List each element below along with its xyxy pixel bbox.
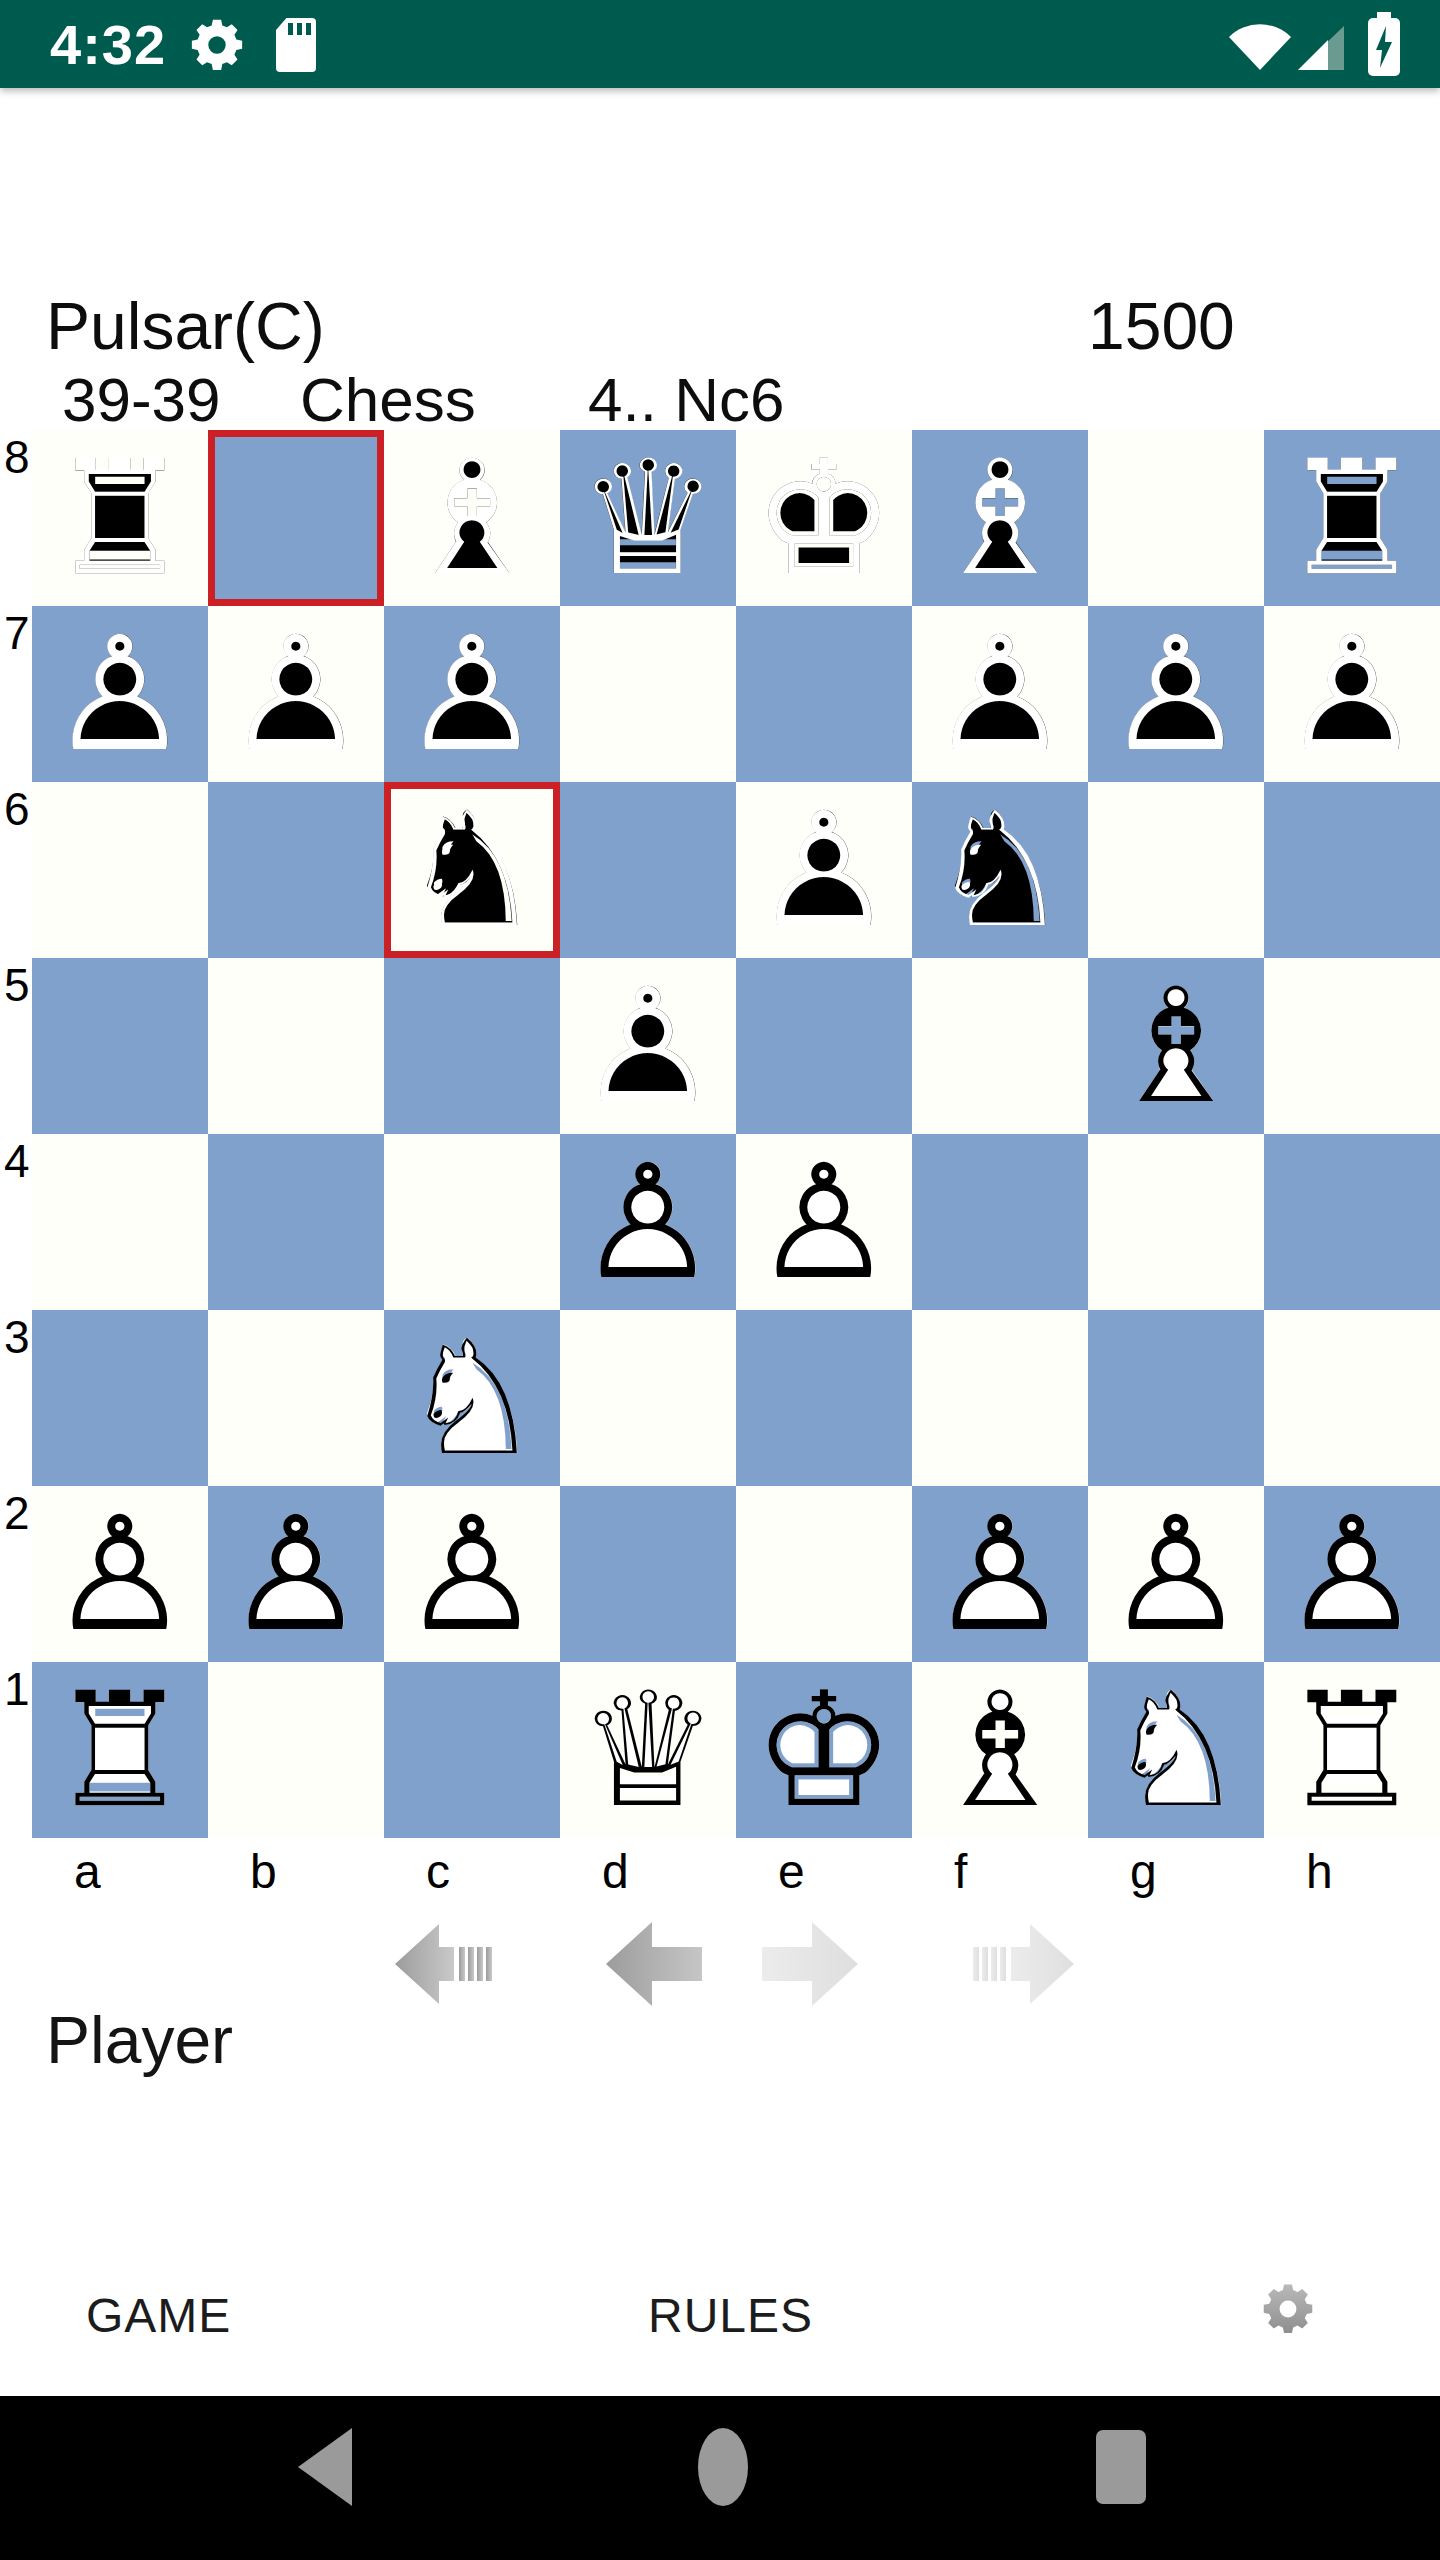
white-rook: ♜♖ — [1264, 1662, 1440, 1838]
black-pawn: ♟♙ — [384, 606, 560, 782]
black-pawn: ♟♙ — [1264, 606, 1440, 782]
rank-label-5: 5 — [4, 962, 30, 1008]
square-f5[interactable] — [912, 958, 1088, 1134]
white-pawn: ♟♙ — [384, 1486, 560, 1662]
square-c6[interactable]: ♞♘ — [384, 782, 560, 958]
skip-to-start-button[interactable] — [395, 1922, 496, 2007]
white-bishop: ♝♗ — [1088, 958, 1264, 1134]
clock: 4:32 — [50, 12, 166, 77]
white-king: ♚♔ — [736, 1662, 912, 1838]
file-label-h: h — [1306, 1848, 1333, 1896]
black-king: ♚♔ — [736, 430, 912, 606]
black-pawn: ♟♙ — [912, 606, 1088, 782]
rank-label-4: 4 — [4, 1138, 30, 1184]
square-g2[interactable]: ♟♙ — [1088, 1486, 1264, 1662]
white-bishop: ♝♗ — [912, 1662, 1088, 1838]
square-d5[interactable]: ♟♙ — [560, 958, 736, 1134]
square-e2[interactable] — [736, 1486, 912, 1662]
black-rook: ♜♖ — [32, 430, 208, 606]
file-label-c: c — [426, 1848, 450, 1896]
white-rook: ♜♖ — [32, 1662, 208, 1838]
square-g7[interactable]: ♟♙ — [1088, 606, 1264, 782]
black-knight: ♞♘ — [384, 782, 560, 958]
app-screen: 4:32 Pulsar(C) 1500 39-39 Chess 4.. Nc6 … — [0, 0, 1440, 2560]
android-home-icon[interactable] — [698, 2428, 748, 2506]
square-d6[interactable] — [560, 782, 736, 958]
square-g4[interactable] — [1088, 1134, 1264, 1310]
black-rook: ♜♖ — [1264, 430, 1440, 606]
rank-label-7: 7 — [4, 610, 30, 656]
square-h8[interactable]: ♜♖ — [1264, 430, 1440, 606]
square-g3[interactable] — [1088, 1310, 1264, 1486]
gear-icon — [188, 16, 246, 74]
square-c4[interactable] — [384, 1134, 560, 1310]
battery-charging-icon — [1366, 12, 1402, 76]
square-e8[interactable]: ♚♔ — [736, 430, 912, 606]
step-back-button[interactable] — [606, 1922, 702, 2007]
square-b8[interactable] — [208, 430, 384, 606]
square-f3[interactable] — [912, 1310, 1088, 1486]
white-pawn: ♟♙ — [912, 1486, 1088, 1662]
opponent-name: Pulsar(C) — [46, 288, 325, 364]
sd-card-icon — [276, 18, 316, 72]
square-e7[interactable] — [736, 606, 912, 782]
square-h1[interactable]: ♜♖ — [1264, 1662, 1440, 1838]
step-forward-button[interactable] — [762, 1922, 858, 2007]
last-move-label: 4.. Nc6 — [588, 364, 784, 435]
white-knight: ♞♘ — [384, 1310, 560, 1486]
square-h4[interactable] — [1264, 1134, 1440, 1310]
rank-label-3: 3 — [4, 1314, 30, 1360]
square-e3[interactable] — [736, 1310, 912, 1486]
square-b7[interactable]: ♟♙ — [208, 606, 384, 782]
square-c1[interactable] — [384, 1662, 560, 1838]
square-f4[interactable] — [912, 1134, 1088, 1310]
square-a6[interactable] — [32, 782, 208, 958]
tab-rules[interactable]: RULES — [648, 2288, 813, 2343]
android-back-icon[interactable] — [298, 2428, 352, 2506]
square-h6[interactable] — [1264, 782, 1440, 958]
square-c3[interactable]: ♞♘ — [384, 1310, 560, 1486]
white-pawn: ♟♙ — [1088, 1486, 1264, 1662]
wifi-icon — [1228, 22, 1292, 70]
square-g8[interactable] — [1088, 430, 1264, 606]
black-pawn: ♟♙ — [560, 958, 736, 1134]
material-score: 39-39 — [62, 364, 221, 435]
square-h7[interactable]: ♟♙ — [1264, 606, 1440, 782]
black-bishop: ♝♗ — [912, 430, 1088, 606]
black-queen: ♛♕ — [560, 430, 736, 606]
square-b6[interactable] — [208, 782, 384, 958]
square-h2[interactable]: ♟♙ — [1264, 1486, 1440, 1662]
square-d2[interactable] — [560, 1486, 736, 1662]
square-e4[interactable]: ♟♙ — [736, 1134, 912, 1310]
settings-gear-button[interactable] — [1260, 2280, 1316, 2338]
square-a5[interactable] — [32, 958, 208, 1134]
square-g1[interactable]: ♞♘ — [1088, 1662, 1264, 1838]
square-a3[interactable] — [32, 1310, 208, 1486]
square-e5[interactable] — [736, 958, 912, 1134]
square-d7[interactable] — [560, 606, 736, 782]
variant-label: Chess — [300, 364, 476, 435]
square-f8[interactable]: ♝♗ — [912, 430, 1088, 606]
square-d8[interactable]: ♛♕ — [560, 430, 736, 606]
square-c8[interactable]: ♝♗ — [384, 430, 560, 606]
rank-label-8: 8 — [4, 434, 30, 480]
square-b3[interactable] — [208, 1310, 384, 1486]
square-d4[interactable]: ♟♙ — [560, 1134, 736, 1310]
file-label-b: b — [250, 1848, 277, 1896]
chess-board[interactable]: ♜♖♝♗♛♕♚♔♝♗♜♖♟♙♟♙♟♙♟♙♟♙♟♙♞♘♟♙♞♘♟♙♝♗♟♙♟♙♞♘… — [32, 430, 1440, 1838]
square-a8[interactable]: ♜♖ — [32, 430, 208, 606]
square-c5[interactable] — [384, 958, 560, 1134]
square-h5[interactable] — [1264, 958, 1440, 1134]
square-f6[interactable]: ♞♘ — [912, 782, 1088, 958]
white-pawn: ♟♙ — [1264, 1486, 1440, 1662]
square-h3[interactable] — [1264, 1310, 1440, 1486]
rating-value: 1500 — [1088, 288, 1235, 364]
black-knight: ♞♘ — [912, 782, 1088, 958]
player-name: Player — [46, 2002, 233, 2078]
rank-label-2: 2 — [4, 1490, 30, 1536]
white-pawn: ♟♙ — [208, 1486, 384, 1662]
square-a7[interactable]: ♟♙ — [32, 606, 208, 782]
square-b1[interactable] — [208, 1662, 384, 1838]
white-queen: ♛♕ — [560, 1662, 736, 1838]
square-a4[interactable] — [32, 1134, 208, 1310]
square-d1[interactable]: ♛♕ — [560, 1662, 736, 1838]
square-g6[interactable] — [1088, 782, 1264, 958]
file-label-f: f — [954, 1848, 967, 1896]
square-f2[interactable]: ♟♙ — [912, 1486, 1088, 1662]
black-pawn: ♟♙ — [736, 782, 912, 958]
rank-label-6: 6 — [4, 786, 30, 832]
square-a1[interactable]: ♜♖ — [32, 1662, 208, 1838]
square-f7[interactable]: ♟♙ — [912, 606, 1088, 782]
android-nav-bar — [0, 2396, 1440, 2560]
square-f1[interactable]: ♝♗ — [912, 1662, 1088, 1838]
white-pawn: ♟♙ — [560, 1134, 736, 1310]
cell-signal-icon — [1298, 26, 1344, 70]
square-e6[interactable]: ♟♙ — [736, 782, 912, 958]
black-pawn: ♟♙ — [1088, 606, 1264, 782]
black-pawn: ♟♙ — [32, 606, 208, 782]
white-pawn: ♟♙ — [736, 1134, 912, 1310]
file-label-d: d — [602, 1848, 629, 1896]
square-c7[interactable]: ♟♙ — [384, 606, 560, 782]
android-recents-icon[interactable] — [1096, 2430, 1146, 2504]
square-e1[interactable]: ♚♔ — [736, 1662, 912, 1838]
black-pawn: ♟♙ — [208, 606, 384, 782]
square-b4[interactable] — [208, 1134, 384, 1310]
file-label-a: a — [74, 1848, 101, 1896]
square-b5[interactable] — [208, 958, 384, 1134]
square-b2[interactable]: ♟♙ — [208, 1486, 384, 1662]
rank-label-1: 1 — [4, 1666, 30, 1712]
skip-to-end-button[interactable] — [969, 1922, 1074, 2007]
square-c2[interactable]: ♟♙ — [384, 1486, 560, 1662]
file-label-e: e — [778, 1848, 805, 1896]
status-bar: 4:32 — [0, 0, 1440, 88]
tab-game[interactable]: GAME — [86, 2288, 231, 2343]
square-a2[interactable]: ♟♙ — [32, 1486, 208, 1662]
black-bishop: ♝♗ — [384, 430, 560, 606]
square-d3[interactable] — [560, 1310, 736, 1486]
white-knight: ♞♘ — [1088, 1662, 1264, 1838]
file-label-g: g — [1130, 1848, 1157, 1896]
square-g5[interactable]: ♝♗ — [1088, 958, 1264, 1134]
white-pawn: ♟♙ — [32, 1486, 208, 1662]
